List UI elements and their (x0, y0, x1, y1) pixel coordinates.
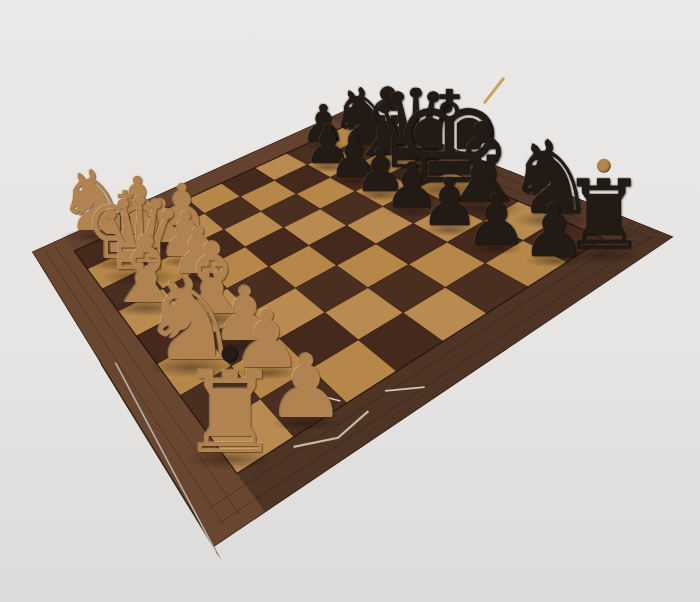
chess-board (0, 0, 700, 602)
chess-set-photo: ♟♞♝♟♛♟♚♟♝♟♟♞♟♟♞♟♟♜♟♟♚♛♟♝♝♟♞♟♟♜ (0, 0, 700, 602)
